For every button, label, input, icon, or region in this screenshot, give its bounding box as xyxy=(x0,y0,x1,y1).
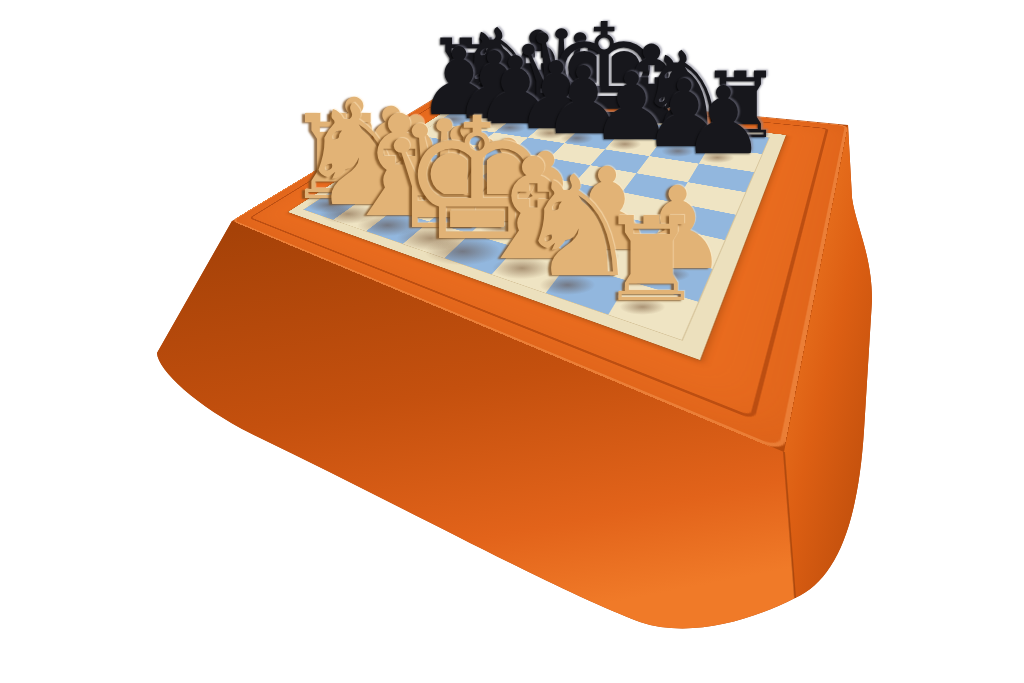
chess-product-photo: ♜♞♝♛♚♝♞♜♟♟♟♟♟♟♟♟♟♟♟♟♟♟♟♟♜♞♝♛♚♝♞♜ xyxy=(0,0,1024,683)
